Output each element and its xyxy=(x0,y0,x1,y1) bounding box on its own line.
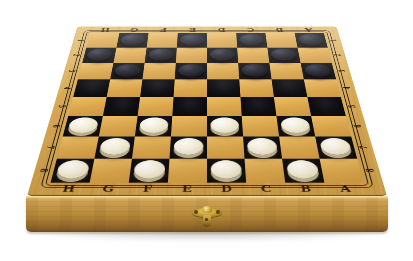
checker-white[interactable] xyxy=(98,138,130,155)
checker-black[interactable] xyxy=(241,64,268,76)
coordinate-label: G xyxy=(87,183,129,195)
square-g4[interactable] xyxy=(106,79,142,97)
coordinate-label: E xyxy=(167,183,207,195)
checker-white[interactable] xyxy=(286,160,320,178)
coordinate-label: 1 xyxy=(316,37,349,44)
coordinate-label: 7 xyxy=(29,142,71,153)
square-g5[interactable] xyxy=(102,97,139,116)
coordinate-label: 3 xyxy=(324,67,360,75)
square-d6[interactable] xyxy=(207,116,243,136)
checker-black[interactable] xyxy=(239,34,264,45)
square-e6[interactable] xyxy=(170,116,206,136)
checker-white[interactable] xyxy=(138,117,168,133)
square-b1[interactable] xyxy=(265,33,297,47)
photo-scene: HGFEDCBA HGFEDCBA 12345678 12345678 xyxy=(0,0,413,261)
square-d7[interactable] xyxy=(207,137,245,159)
square-g7[interactable] xyxy=(94,137,134,159)
square-d8[interactable] xyxy=(207,159,246,183)
square-b4[interactable] xyxy=(271,79,307,97)
square-e5[interactable] xyxy=(172,97,207,116)
square-b3[interactable] xyxy=(269,63,303,79)
square-b6[interactable] xyxy=(276,116,315,136)
square-d3[interactable] xyxy=(207,63,239,79)
checker-black[interactable] xyxy=(179,34,203,45)
coordinate-label: 4 xyxy=(328,84,365,92)
checker-white[interactable] xyxy=(280,117,311,133)
coordinate-label: C xyxy=(246,183,287,195)
square-b2[interactable] xyxy=(267,48,300,63)
checkers-board: HGFEDCBA HGFEDCBA 12345678 12345678 xyxy=(27,27,387,196)
checker-black[interactable] xyxy=(270,49,296,61)
coordinate-label: H xyxy=(47,183,89,195)
square-d5[interactable] xyxy=(207,97,242,116)
square-c7[interactable] xyxy=(243,137,282,159)
coordinate-label: 6 xyxy=(36,121,76,131)
checker-black[interactable] xyxy=(113,64,140,76)
coordinate-label: 6 xyxy=(337,121,377,131)
square-g1[interactable] xyxy=(116,33,148,47)
checker-black[interactable] xyxy=(119,34,145,45)
checker-white[interactable] xyxy=(246,138,277,155)
coordinate-label: F xyxy=(127,183,168,195)
square-e3[interactable] xyxy=(174,63,206,79)
checker-black[interactable] xyxy=(148,49,174,61)
square-g6[interactable] xyxy=(98,116,137,136)
square-f5[interactable] xyxy=(137,97,173,116)
coordinate-label: D xyxy=(207,27,236,33)
coordinate-label: G xyxy=(119,27,149,33)
square-f6[interactable] xyxy=(134,116,171,136)
checker-black[interactable] xyxy=(210,49,235,61)
checker-white[interactable] xyxy=(173,138,203,155)
square-c1[interactable] xyxy=(236,33,267,47)
coordinate-label: C xyxy=(235,27,265,33)
square-b8[interactable] xyxy=(282,159,324,183)
square-e4[interactable] xyxy=(173,79,206,97)
coordinate-label: 5 xyxy=(332,102,370,111)
square-e1[interactable] xyxy=(176,33,206,47)
coordinate-label: D xyxy=(207,183,247,195)
coordinate-label: B xyxy=(264,27,294,33)
square-c2[interactable] xyxy=(237,48,269,63)
square-f2[interactable] xyxy=(144,48,176,63)
square-b7[interactable] xyxy=(279,137,319,159)
latch-knob xyxy=(202,206,212,213)
box-front-face xyxy=(26,196,388,232)
checker-white[interactable] xyxy=(210,117,239,133)
latch-hook xyxy=(203,215,211,226)
board-grid xyxy=(50,33,363,182)
file-labels-near: HGFEDCBA xyxy=(47,183,366,195)
square-d1[interactable] xyxy=(207,33,237,47)
coordinate-label: 8 xyxy=(348,165,391,176)
square-f4[interactable] xyxy=(140,79,175,97)
square-b5[interactable] xyxy=(273,97,310,116)
coordinate-label: 3 xyxy=(54,67,90,75)
square-c8[interactable] xyxy=(244,159,285,183)
checker-white[interactable] xyxy=(133,160,165,178)
square-c4[interactable] xyxy=(239,79,274,97)
file-labels-far: HGFEDCBA xyxy=(90,27,324,33)
square-c5[interactable] xyxy=(240,97,276,116)
latch-screw-right xyxy=(216,210,220,214)
coordinate-label: 4 xyxy=(48,84,85,92)
checker-white[interactable] xyxy=(210,160,241,178)
brass-latch-icon xyxy=(189,206,225,228)
coordinate-label: 8 xyxy=(22,165,65,176)
coordinate-label: A xyxy=(293,27,323,33)
square-e2[interactable] xyxy=(175,48,206,63)
coordinate-label: F xyxy=(148,27,178,33)
coordinate-label: 5 xyxy=(42,102,80,111)
square-f7[interactable] xyxy=(131,137,170,159)
coordinate-label: H xyxy=(90,27,120,33)
square-f1[interactable] xyxy=(146,33,177,47)
square-f8[interactable] xyxy=(128,159,169,183)
coordinate-label: 7 xyxy=(342,142,384,153)
square-c3[interactable] xyxy=(238,63,271,79)
coordinate-label: A xyxy=(324,183,366,195)
coordinate-label: E xyxy=(177,27,206,33)
coordinate-label: B xyxy=(285,183,327,195)
coordinate-label: 2 xyxy=(59,52,93,59)
square-g2[interactable] xyxy=(113,48,146,63)
coordinate-label: 2 xyxy=(320,52,354,59)
square-e7[interactable] xyxy=(169,137,207,159)
coordinate-label: 1 xyxy=(64,37,97,44)
square-d2[interactable] xyxy=(207,48,238,63)
square-e8[interactable] xyxy=(167,159,206,183)
square-c6[interactable] xyxy=(241,116,278,136)
checker-black[interactable] xyxy=(178,64,204,76)
square-g8[interactable] xyxy=(89,159,131,183)
square-f3[interactable] xyxy=(142,63,175,79)
square-d4[interactable] xyxy=(207,79,240,97)
square-g3[interactable] xyxy=(110,63,144,79)
latch-screw-left xyxy=(194,210,198,214)
